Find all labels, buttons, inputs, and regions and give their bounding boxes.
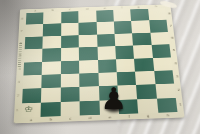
coordinate-label: 3 [17,81,20,84]
square-b3 [42,74,61,88]
square-b7 [43,24,61,37]
coordinate-label: g [147,115,150,118]
square-b8 [43,12,61,24]
square-g1 [137,98,158,113]
square-b5 [42,48,60,61]
coordinate-label: a [30,119,33,122]
coordinate-label: 1 [16,109,19,112]
coordinate-label: b [51,9,53,12]
coordinate-label: e [108,116,111,119]
square-b1 [41,102,61,117]
coordinate-label: 7 [20,30,23,33]
square-g2 [136,84,156,99]
coordinate-label: h [166,114,169,117]
square-h8 [148,8,167,20]
square-f8 [113,9,131,21]
coordinate-label: g [137,6,140,9]
square-e8 [96,10,114,22]
photo-scene: abcdefgh abcdefgh 87654321 87654321 ♔ ♟ [0,0,200,134]
square-a6 [25,36,43,49]
square-f6 [114,33,133,46]
coordinate-label: h [155,5,158,8]
coordinate-label: 3 [176,75,179,78]
coordinate-label: 8 [21,18,24,21]
square-b6 [43,36,61,49]
square-g6 [132,33,151,46]
square-g3 [135,71,155,85]
square-e4 [97,59,116,73]
square-a4 [23,62,42,76]
square-a8 [26,12,44,24]
square-d6 [79,34,97,47]
square-g7 [131,21,150,34]
coordinate-label: 7 [169,24,172,27]
board-maker-logo-icon: ♔ [24,105,34,113]
square-d2 [80,86,99,101]
coordinate-label: 1 [179,103,182,106]
square-h1 [157,98,178,113]
square-d7 [79,22,97,35]
square-b2 [41,88,60,103]
square-c3 [61,73,80,87]
coordinate-label: d [86,8,88,11]
coordinate-label: 2 [17,95,20,98]
square-c6 [61,35,79,48]
coordinate-label: c [69,117,71,120]
square-d1 [80,100,100,115]
square-h5 [151,44,171,57]
square-g5 [133,45,152,58]
square-f5 [115,46,134,59]
square-h2 [155,84,176,99]
coordinate-label: 4 [174,62,177,65]
square-a5 [24,49,43,62]
square-c1 [60,101,80,116]
square-g8 [130,9,148,21]
black-pawn: ♟ [100,84,128,114]
square-c7 [61,23,79,36]
coordinate-label: a [34,10,36,13]
square-d8 [78,11,96,23]
coordinate-label: b [49,118,52,121]
square-f7 [114,21,133,34]
coordinate-label: 5 [172,49,175,52]
coordinate-label: c [69,8,71,11]
coordinate-label: d [89,117,92,120]
coordinate-label: 6 [171,37,174,40]
square-c4 [61,60,80,74]
square-c5 [61,47,79,60]
square-c8 [61,11,79,23]
square-e7 [96,22,114,35]
square-h7 [149,20,168,33]
square-h6 [150,32,169,45]
square-g4 [134,58,154,72]
square-e5 [97,46,116,59]
coordinate-label: 4 [18,67,21,70]
coordinate-label: 8 [168,13,171,16]
coordinate-label: f [121,7,123,10]
square-e6 [97,34,116,47]
square-b4 [42,61,61,75]
square-a2 [22,88,42,103]
square-a3 [23,75,42,89]
square-d5 [79,47,98,60]
square-a7 [25,24,43,37]
square-d3 [79,73,98,87]
square-c2 [61,87,80,102]
square-d4 [79,60,98,74]
coordinate-label: f [128,115,130,118]
coordinate-label: 2 [177,89,180,92]
coordinate-label: e [104,7,106,10]
square-f4 [116,58,135,72]
square-h3 [154,70,174,84]
square-h4 [153,57,173,71]
